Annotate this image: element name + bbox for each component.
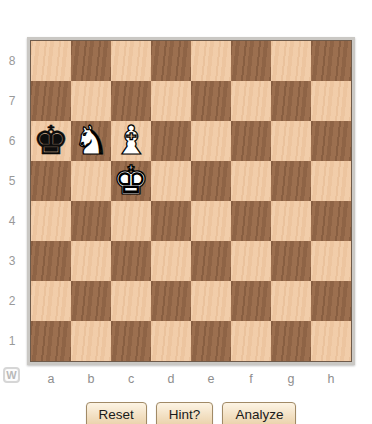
square-d3[interactable]: [151, 241, 191, 281]
square-a7[interactable]: [31, 81, 71, 121]
square-e4[interactable]: [191, 201, 231, 241]
board-frame: ♚♞♝♚: [27, 37, 355, 365]
square-c2[interactable]: [111, 281, 151, 321]
rank-label-1: 1: [0, 321, 24, 361]
file-label-h: h: [311, 371, 351, 393]
square-g4[interactable]: [271, 201, 311, 241]
rank-label-6: 6: [0, 121, 24, 161]
square-c5[interactable]: ♚: [111, 161, 151, 201]
square-a4[interactable]: [31, 201, 71, 241]
piece-white-bishop[interactable]: ♝: [113, 120, 149, 160]
square-e8[interactable]: [191, 41, 231, 81]
square-a3[interactable]: [31, 241, 71, 281]
square-f1[interactable]: [231, 321, 271, 361]
rank-labels: 87654321: [0, 37, 27, 361]
hint-button[interactable]: Hint?: [156, 402, 214, 424]
piece-white-knight[interactable]: ♞: [73, 120, 109, 160]
turn-indicator-badge: W: [3, 367, 20, 383]
square-b8[interactable]: [71, 41, 111, 81]
square-b6[interactable]: ♞: [71, 121, 111, 161]
square-g7[interactable]: [271, 81, 311, 121]
square-b1[interactable]: [71, 321, 111, 361]
square-e1[interactable]: [191, 321, 231, 361]
square-f3[interactable]: [231, 241, 271, 281]
analyze-button[interactable]: Analyze: [222, 402, 296, 424]
file-label-a: a: [31, 371, 71, 393]
square-e7[interactable]: [191, 81, 231, 121]
file-labels: abcdefgh: [31, 365, 351, 393]
square-f7[interactable]: [231, 81, 271, 121]
square-f6[interactable]: [231, 121, 271, 161]
square-c3[interactable]: [111, 241, 151, 281]
square-e2[interactable]: [191, 281, 231, 321]
square-f8[interactable]: [231, 41, 271, 81]
square-f2[interactable]: [231, 281, 271, 321]
square-h6[interactable]: [311, 121, 351, 161]
file-label-g: g: [271, 371, 311, 393]
square-f5[interactable]: [231, 161, 271, 201]
square-g8[interactable]: [271, 41, 311, 81]
file-label-c: c: [111, 371, 151, 393]
square-b3[interactable]: [71, 241, 111, 281]
square-b5[interactable]: [71, 161, 111, 201]
square-d5[interactable]: [151, 161, 191, 201]
chess-puzzle-app: 87654321 ♚♞♝♚ abcdefgh W Reset Hint? Ana…: [0, 0, 372, 424]
square-e6[interactable]: [191, 121, 231, 161]
square-e3[interactable]: [191, 241, 231, 281]
square-h4[interactable]: [311, 201, 351, 241]
square-h2[interactable]: [311, 281, 351, 321]
square-g5[interactable]: [271, 161, 311, 201]
square-h8[interactable]: [311, 41, 351, 81]
square-c4[interactable]: [111, 201, 151, 241]
file-label-d: d: [151, 371, 191, 393]
square-a2[interactable]: [31, 281, 71, 321]
square-a8[interactable]: [31, 41, 71, 81]
file-label-b: b: [71, 371, 111, 393]
square-a5[interactable]: [31, 161, 71, 201]
board-area: 87654321 ♚♞♝♚: [0, 37, 372, 365]
square-c7[interactable]: [111, 81, 151, 121]
square-h3[interactable]: [311, 241, 351, 281]
square-b7[interactable]: [71, 81, 111, 121]
square-d8[interactable]: [151, 41, 191, 81]
rank-label-3: 3: [0, 241, 24, 281]
button-row: Reset Hint? Analyze: [31, 402, 351, 424]
square-g3[interactable]: [271, 241, 311, 281]
square-e5[interactable]: [191, 161, 231, 201]
square-f4[interactable]: [231, 201, 271, 241]
top-spacer: [0, 0, 372, 37]
square-d4[interactable]: [151, 201, 191, 241]
square-b4[interactable]: [71, 201, 111, 241]
square-d6[interactable]: [151, 121, 191, 161]
piece-white-king[interactable]: ♚: [113, 160, 149, 200]
rank-label-7: 7: [0, 81, 24, 121]
rank-label-5: 5: [0, 161, 24, 201]
square-g2[interactable]: [271, 281, 311, 321]
file-label-f: f: [231, 371, 271, 393]
file-label-e: e: [191, 371, 231, 393]
square-g6[interactable]: [271, 121, 311, 161]
square-d7[interactable]: [151, 81, 191, 121]
rank-label-4: 4: [0, 201, 24, 241]
chess-board: ♚♞♝♚: [31, 41, 351, 361]
reset-button[interactable]: Reset: [86, 402, 147, 424]
square-a6[interactable]: ♚: [31, 121, 71, 161]
square-h1[interactable]: [311, 321, 351, 361]
rank-label-8: 8: [0, 41, 24, 81]
rank-label-2: 2: [0, 281, 24, 321]
square-b2[interactable]: [71, 281, 111, 321]
square-c6[interactable]: ♝: [111, 121, 151, 161]
square-h7[interactable]: [311, 81, 351, 121]
piece-black-king[interactable]: ♚: [33, 120, 69, 160]
square-h5[interactable]: [311, 161, 351, 201]
square-d1[interactable]: [151, 321, 191, 361]
square-c8[interactable]: [111, 41, 151, 81]
square-g1[interactable]: [271, 321, 311, 361]
square-d2[interactable]: [151, 281, 191, 321]
square-a1[interactable]: [31, 321, 71, 361]
square-c1[interactable]: [111, 321, 151, 361]
